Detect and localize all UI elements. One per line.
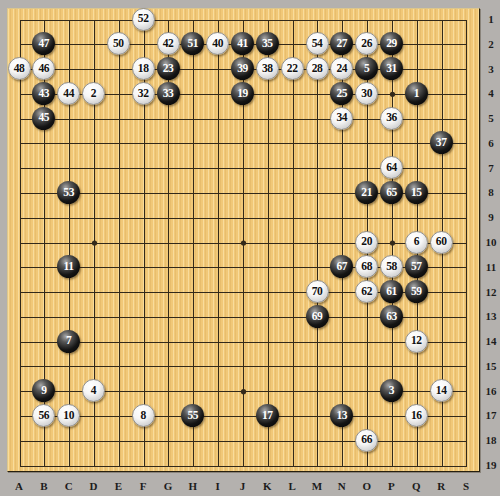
col-label-P: P	[382, 480, 400, 493]
row-label-6: 6	[482, 137, 500, 149]
white-stone-move-28: 28	[306, 57, 329, 80]
intersection-O10: 20	[354, 230, 379, 255]
intersection-I2: 40	[205, 31, 230, 56]
row-label-7: 7	[482, 162, 500, 174]
black-stone-move-17: 17	[256, 404, 279, 427]
white-stone-move-12: 12	[405, 330, 428, 353]
black-stone-move-57: 57	[405, 255, 428, 278]
white-stone-move-64: 64	[380, 156, 403, 179]
intersection-P3: 31	[379, 56, 404, 81]
white-stone-move-42: 42	[157, 32, 180, 55]
intersection-R10: 60	[429, 230, 454, 255]
intersection-F17: 8	[131, 403, 156, 428]
col-label-S: S	[457, 480, 475, 493]
intersection-C8: 53	[56, 180, 81, 205]
intersection-J4: 19	[230, 81, 255, 106]
intersection-C4: 44	[56, 81, 81, 106]
intersection-N4: 25	[329, 81, 354, 106]
intersection-O12: 62	[354, 279, 379, 304]
intersection-R16: 14	[429, 378, 454, 403]
intersection-D4: 2	[81, 81, 106, 106]
white-stone-move-48: 48	[8, 57, 31, 80]
intersection-E2: 50	[106, 31, 131, 56]
white-stone-move-60: 60	[430, 231, 453, 254]
black-stone-move-43: 43	[32, 82, 55, 105]
black-stone-move-45: 45	[32, 107, 55, 130]
intersection-P16: 3	[379, 378, 404, 403]
col-label-L: L	[283, 480, 301, 493]
intersection-K17: 17	[255, 403, 280, 428]
row-label-19: 19	[482, 459, 500, 471]
white-stone-move-16: 16	[405, 404, 428, 427]
intersection-F3: 18	[131, 56, 156, 81]
row-label-15: 15	[482, 360, 500, 372]
black-stone-move-35: 35	[256, 32, 279, 55]
col-label-A: A	[10, 480, 28, 493]
intersection-H2: 51	[180, 31, 205, 56]
intersection-N17: 13	[329, 403, 354, 428]
intersection-B17: 56	[31, 403, 56, 428]
white-stone-move-66: 66	[355, 429, 378, 452]
white-stone-move-68: 68	[355, 255, 378, 278]
row-label-10: 10	[482, 236, 500, 248]
intersection-P2: 29	[379, 31, 404, 56]
black-stone-move-7: 7	[57, 330, 80, 353]
intersection-P8: 65	[379, 180, 404, 205]
white-stone-move-22: 22	[281, 57, 304, 80]
col-label-H: H	[184, 480, 202, 493]
intersection-O8: 21	[354, 180, 379, 205]
col-label-K: K	[258, 480, 276, 493]
intersection-F1: 52	[131, 7, 156, 32]
intersection-K3: 38	[255, 56, 280, 81]
intersection-F4: 32	[131, 81, 156, 106]
stones-grid: 1234567891011121314151617181920212223242…	[7, 7, 479, 478]
go-board[interactable]: 1234567891011121314151617181920212223242…	[7, 8, 480, 472]
intersection-Q11: 57	[404, 254, 429, 279]
col-label-R: R	[432, 480, 450, 493]
white-stone-move-4: 4	[82, 379, 105, 402]
black-stone-move-23: 23	[157, 57, 180, 80]
col-label-M: M	[308, 480, 326, 493]
col-label-N: N	[333, 480, 351, 493]
white-stone-move-54: 54	[306, 32, 329, 55]
black-stone-move-25: 25	[330, 82, 353, 105]
black-stone-move-21: 21	[355, 181, 378, 204]
black-stone-move-9: 9	[32, 379, 55, 402]
row-label-13: 13	[482, 310, 500, 322]
white-stone-move-20: 20	[355, 231, 378, 254]
white-stone-move-70: 70	[306, 280, 329, 303]
white-stone-move-40: 40	[206, 32, 229, 55]
intersection-J2: 41	[230, 31, 255, 56]
white-stone-move-38: 38	[256, 57, 279, 80]
row-label-12: 12	[482, 286, 500, 298]
row-label-18: 18	[482, 434, 500, 446]
intersection-P5: 36	[379, 106, 404, 131]
white-stone-move-34: 34	[330, 107, 353, 130]
row-label-16: 16	[482, 385, 500, 397]
go-kifu-diagram: 1234567891011121314151617181920212223242…	[0, 0, 500, 496]
intersection-C11: 11	[56, 254, 81, 279]
black-stone-move-47: 47	[32, 32, 55, 55]
row-label-5: 5	[482, 112, 500, 124]
black-stone-move-1: 1	[405, 82, 428, 105]
black-stone-move-5: 5	[355, 57, 378, 80]
intersection-P7: 64	[379, 155, 404, 180]
intersection-P11: 58	[379, 254, 404, 279]
white-stone-move-30: 30	[355, 82, 378, 105]
black-stone-move-41: 41	[231, 32, 254, 55]
intersection-O11: 68	[354, 254, 379, 279]
row-label-3: 3	[482, 63, 500, 75]
intersection-O3: 5	[354, 56, 379, 81]
col-label-G: G	[159, 480, 177, 493]
intersection-L3: 22	[280, 56, 305, 81]
black-stone-move-19: 19	[231, 82, 254, 105]
intersection-M13: 69	[305, 304, 330, 329]
black-stone-move-53: 53	[57, 181, 80, 204]
black-stone-move-37: 37	[430, 131, 453, 154]
intersection-O18: 66	[354, 428, 379, 453]
black-stone-move-65: 65	[380, 181, 403, 204]
black-stone-move-67: 67	[330, 255, 353, 278]
row-label-4: 4	[482, 87, 500, 99]
col-label-I: I	[209, 480, 227, 493]
intersection-Q14: 12	[404, 329, 429, 354]
white-stone-move-44: 44	[57, 82, 80, 105]
black-stone-move-15: 15	[405, 181, 428, 204]
black-stone-move-63: 63	[380, 305, 403, 328]
intersection-H17: 55	[180, 403, 205, 428]
intersection-O4: 30	[354, 81, 379, 106]
black-stone-move-61: 61	[380, 280, 403, 303]
intersection-N11: 67	[329, 254, 354, 279]
intersection-B16: 9	[31, 378, 56, 403]
black-stone-move-39: 39	[231, 57, 254, 80]
intersection-C17: 10	[56, 403, 81, 428]
row-label-14: 14	[482, 335, 500, 347]
intersection-N2: 27	[329, 31, 354, 56]
intersection-G3: 23	[156, 56, 181, 81]
white-stone-move-56: 56	[32, 404, 55, 427]
white-stone-move-58: 58	[380, 255, 403, 278]
black-stone-move-33: 33	[157, 82, 180, 105]
intersection-Q8: 15	[404, 180, 429, 205]
black-stone-move-13: 13	[330, 404, 353, 427]
white-stone-move-46: 46	[32, 57, 55, 80]
white-stone-move-6: 6	[405, 231, 428, 254]
white-stone-move-2: 2	[82, 82, 105, 105]
black-stone-move-69: 69	[306, 305, 329, 328]
intersection-G4: 33	[156, 81, 181, 106]
white-stone-move-18: 18	[132, 57, 155, 80]
white-stone-move-8: 8	[132, 404, 155, 427]
black-stone-move-51: 51	[181, 32, 204, 55]
intersection-C14: 7	[56, 329, 81, 354]
black-stone-move-11: 11	[57, 255, 80, 278]
intersection-K2: 35	[255, 31, 280, 56]
intersection-B4: 43	[31, 81, 56, 106]
white-stone-move-10: 10	[57, 404, 80, 427]
intersection-N5: 34	[329, 106, 354, 131]
col-label-C: C	[60, 480, 78, 493]
white-stone-move-24: 24	[330, 57, 353, 80]
black-stone-move-3: 3	[380, 379, 403, 402]
intersection-M2: 54	[305, 31, 330, 56]
white-stone-move-32: 32	[132, 82, 155, 105]
intersection-P12: 61	[379, 279, 404, 304]
col-label-D: D	[84, 480, 102, 493]
black-stone-move-59: 59	[405, 280, 428, 303]
black-stone-move-27: 27	[330, 32, 353, 55]
intersection-B3: 46	[31, 56, 56, 81]
col-label-B: B	[35, 480, 53, 493]
intersection-G2: 42	[156, 31, 181, 56]
row-label-9: 9	[482, 211, 500, 223]
intersection-R6: 37	[429, 131, 454, 156]
intersection-Q4: 1	[404, 81, 429, 106]
intersection-B2: 47	[31, 31, 56, 56]
black-stone-move-55: 55	[181, 404, 204, 427]
intersection-D16: 4	[81, 378, 106, 403]
intersection-A3: 48	[7, 56, 32, 81]
col-label-J: J	[233, 480, 251, 493]
intersection-N3: 24	[329, 56, 354, 81]
intersection-J3: 39	[230, 56, 255, 81]
intersection-P13: 63	[379, 304, 404, 329]
intersection-B5: 45	[31, 106, 56, 131]
white-stone-move-50: 50	[107, 32, 130, 55]
intersection-Q10: 6	[404, 230, 429, 255]
intersection-Q12: 59	[404, 279, 429, 304]
col-label-F: F	[134, 480, 152, 493]
black-stone-move-29: 29	[380, 32, 403, 55]
intersection-Q17: 16	[404, 403, 429, 428]
row-label-2: 2	[482, 38, 500, 50]
col-label-O: O	[358, 480, 376, 493]
white-stone-move-14: 14	[430, 379, 453, 402]
intersection-O2: 26	[354, 31, 379, 56]
white-stone-move-26: 26	[355, 32, 378, 55]
intersection-M12: 70	[305, 279, 330, 304]
row-label-11: 11	[482, 261, 500, 273]
white-stone-move-52: 52	[132, 8, 155, 31]
col-label-Q: Q	[407, 480, 425, 493]
black-stone-move-31: 31	[380, 57, 403, 80]
row-label-17: 17	[482, 409, 500, 421]
intersection-M3: 28	[305, 56, 330, 81]
col-label-E: E	[109, 480, 127, 493]
row-label-8: 8	[482, 186, 500, 198]
row-label-1: 1	[482, 13, 500, 25]
white-stone-move-36: 36	[380, 107, 403, 130]
white-stone-move-62: 62	[355, 280, 378, 303]
